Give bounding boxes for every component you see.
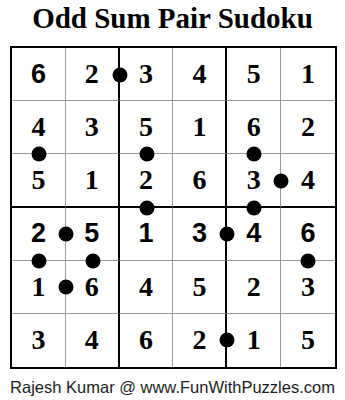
cell-r2c6: 2 [281,101,335,154]
cell-r3c2: 1 [66,154,120,207]
sudoku-board: 6 2 3 4 5 1 4 3 5 1 6 2 5 1 2 6 3 4 2 5 … [10,46,337,369]
odd-sum-dot [139,147,154,162]
odd-sum-dot [247,200,262,215]
odd-sum-dot [139,200,154,215]
odd-sum-dot [247,147,262,162]
odd-sum-dot [31,253,46,268]
odd-sum-dot [301,253,316,268]
cell-r6c6: 5 [281,314,335,367]
cell-r5c6: 3 [281,261,335,314]
odd-sum-dot [274,173,289,188]
cell-r4c3: 1 [120,208,174,261]
cell-r1c5: 5 [227,48,281,101]
puzzle-title: Odd Sum Pair Sudoku [0,2,345,35]
cell-r6c2: 4 [66,314,120,367]
odd-sum-dot [220,333,235,348]
cell-r6c1: 3 [12,314,66,367]
odd-sum-dot [112,67,127,82]
credit-line: Rajesh Kumar @ www.FunWithPuzzles.com [0,378,345,397]
odd-sum-dot [58,227,73,242]
cell-r1c3: 3 [120,48,174,101]
cell-r5c3: 4 [120,261,174,314]
odd-sum-dot [31,147,46,162]
cell-r1c4: 4 [173,48,227,101]
cell-r1c6: 1 [281,48,335,101]
cell-r5c5: 2 [227,261,281,314]
cell-r3c4: 6 [173,154,227,207]
odd-sum-dot [58,280,73,295]
cell-r3c6: 4 [281,154,335,207]
cell-r3c1: 5 [12,154,66,207]
odd-sum-dot [85,253,100,268]
cell-r2c2: 3 [66,101,120,154]
cell-r1c1: 6 [12,48,66,101]
cell-r2c4: 1 [173,101,227,154]
cell-r4c5: 4 [227,208,281,261]
cell-r5c4: 5 [173,261,227,314]
cell-r5c2: 6 [66,261,120,314]
cell-r6c5: 1 [227,314,281,367]
odd-sum-dot [220,227,235,242]
cell-r6c3: 6 [120,314,174,367]
